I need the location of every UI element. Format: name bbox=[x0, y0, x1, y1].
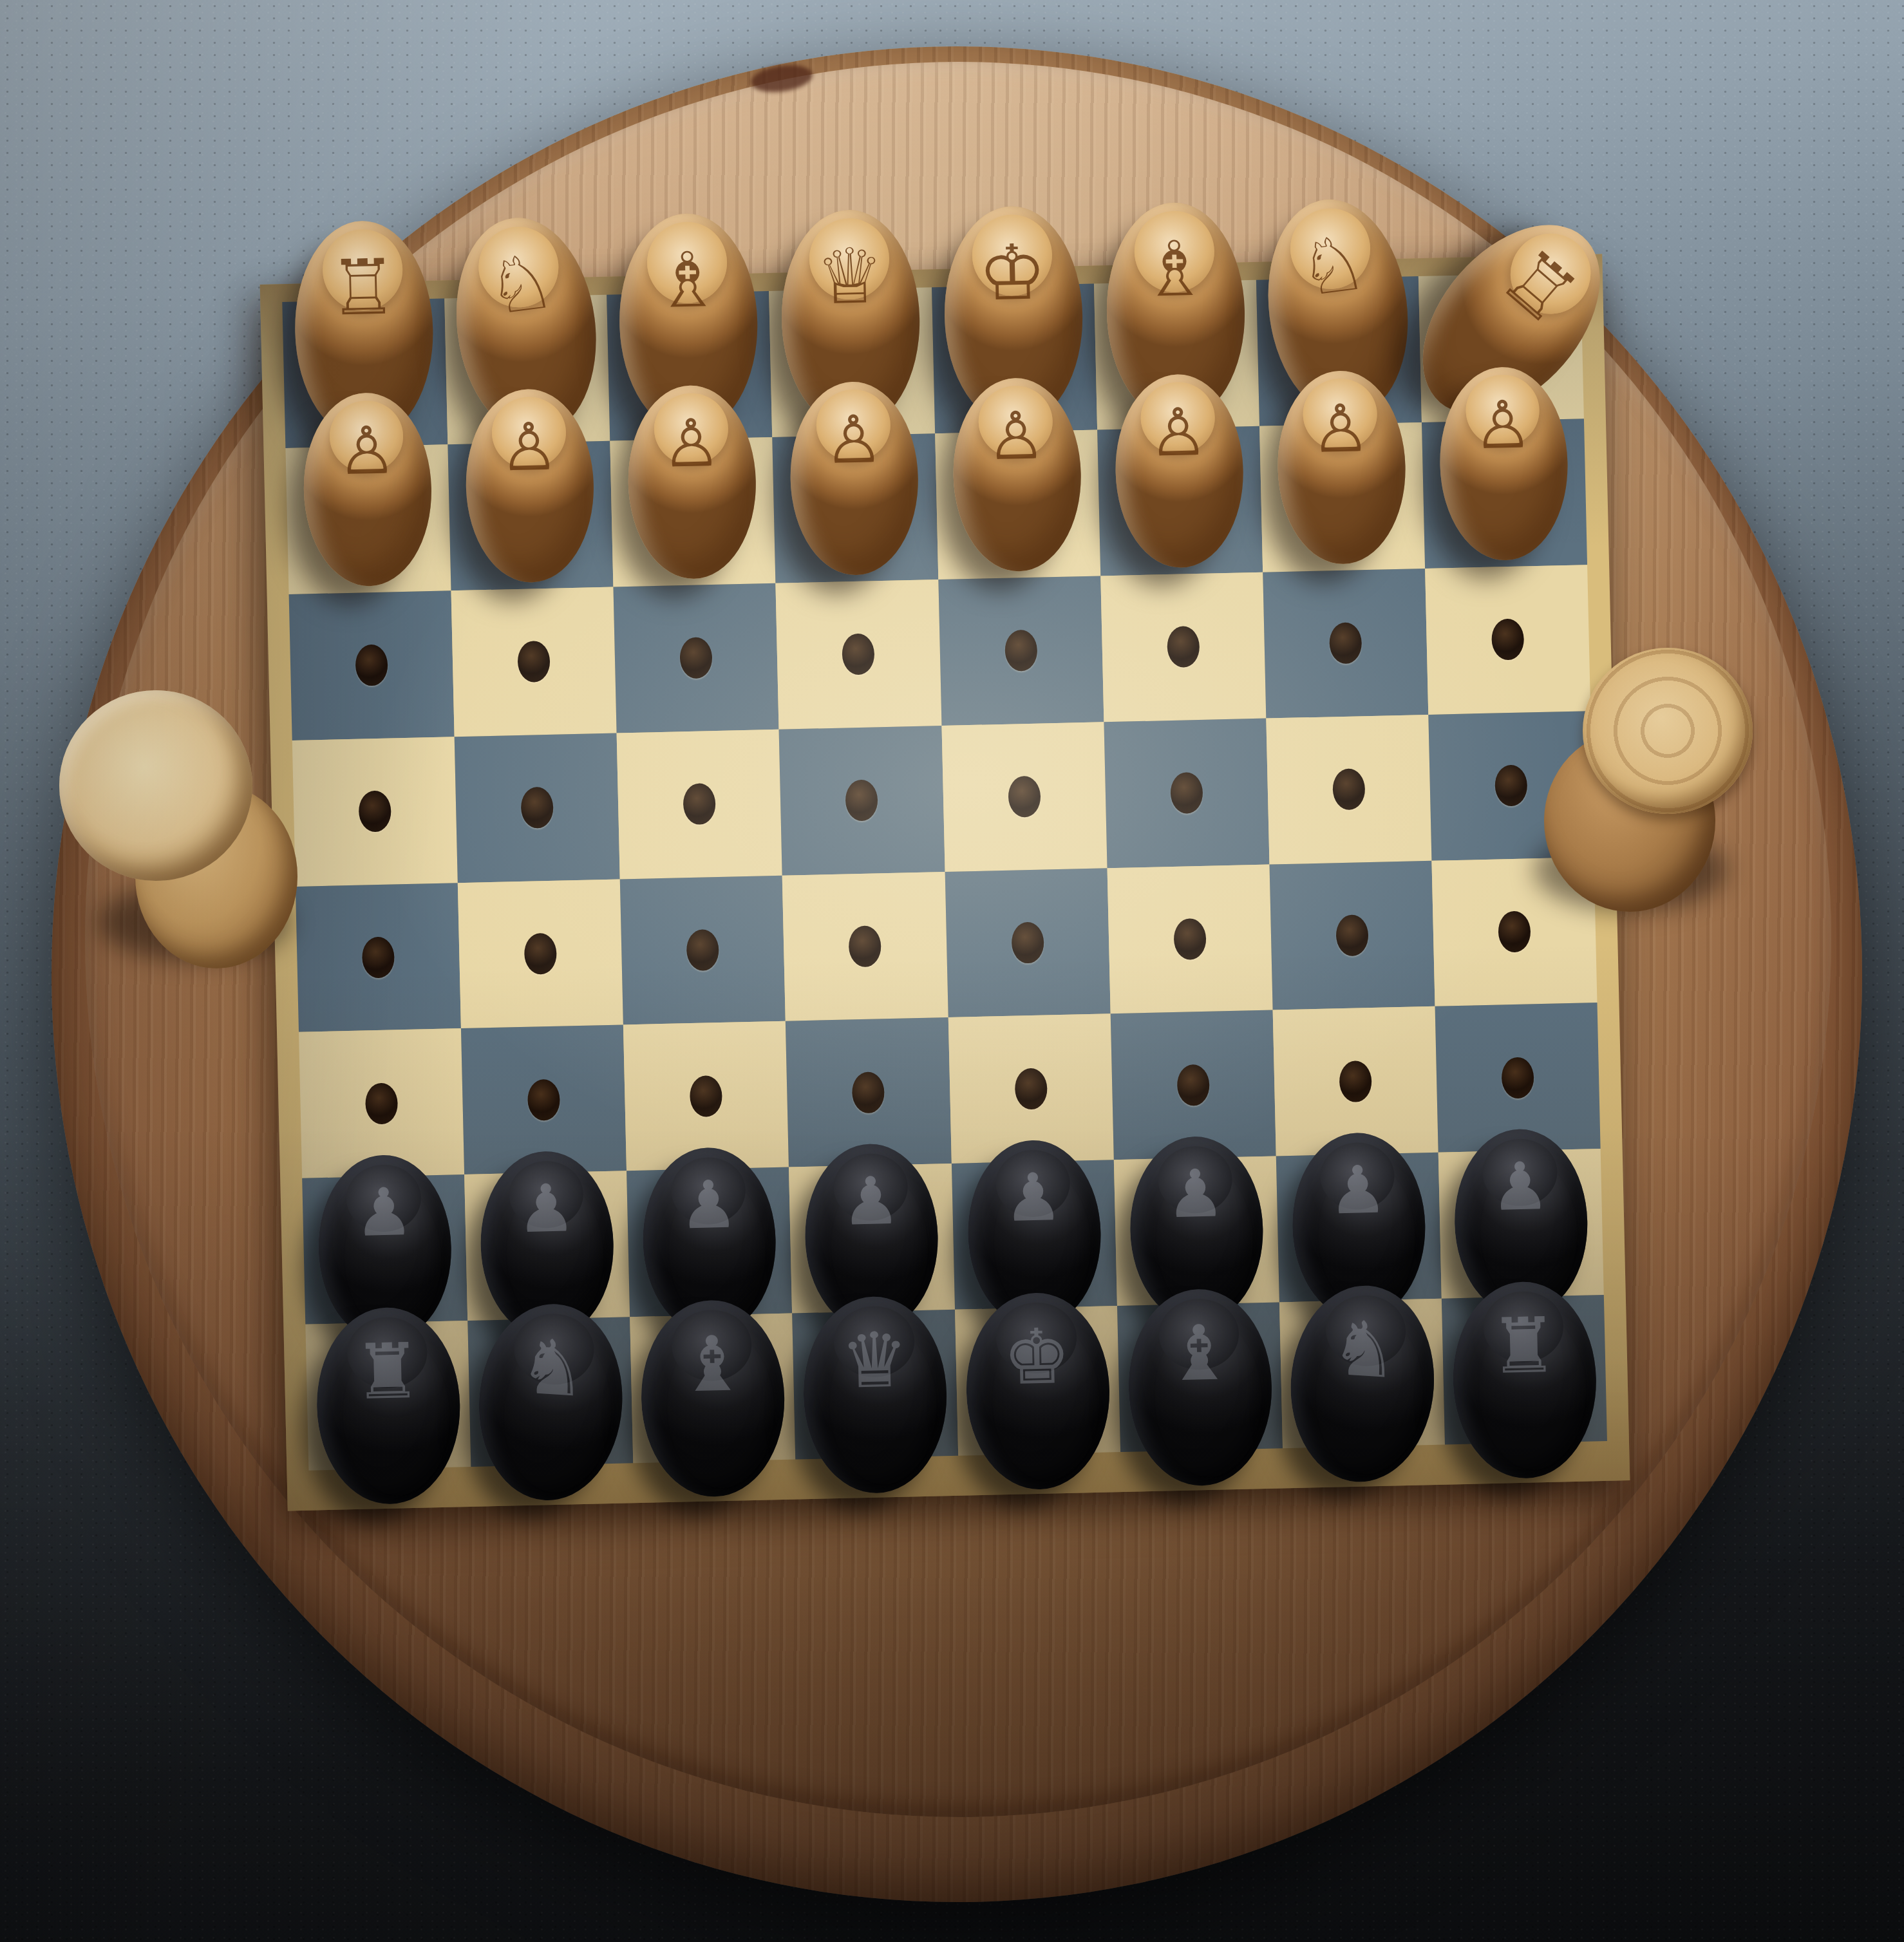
piece-white-pawn-a2[interactable]: ♙ bbox=[302, 391, 434, 587]
peg-hole bbox=[1501, 1057, 1534, 1098]
cylinder-top-face bbox=[1583, 648, 1753, 814]
square-e5[interactable] bbox=[945, 868, 1110, 1018]
pawn-glyph: ♙ bbox=[627, 409, 756, 477]
square-g3[interactable] bbox=[1263, 569, 1428, 719]
knight-glyph: ♞ bbox=[479, 1325, 627, 1410]
off-board-piece-left[interactable] bbox=[59, 690, 304, 986]
rook-glyph: ♜ bbox=[1451, 1306, 1596, 1385]
king-glyph: ♔ bbox=[943, 233, 1082, 312]
square-e3[interactable] bbox=[938, 576, 1104, 726]
pawn-glyph: ♟ bbox=[641, 1171, 775, 1240]
rook-glyph: ♜ bbox=[316, 1332, 460, 1411]
bishop-glyph: ♝ bbox=[640, 1325, 785, 1404]
piece-black-knight-g8[interactable]: ♞ bbox=[1285, 1281, 1440, 1487]
wood-knot bbox=[749, 62, 815, 96]
peg-hole bbox=[359, 791, 391, 833]
peg-hole bbox=[365, 1082, 398, 1124]
peg-hole bbox=[845, 779, 878, 821]
peg-hole bbox=[1167, 626, 1200, 668]
peg-hole bbox=[1173, 918, 1206, 960]
peg-hole bbox=[1170, 772, 1203, 814]
peg-hole bbox=[680, 637, 713, 679]
off-board-piece-right[interactable] bbox=[1540, 648, 1759, 925]
pawn-glyph: ♟ bbox=[1291, 1156, 1425, 1225]
peg-hole bbox=[1008, 776, 1041, 818]
square-f5[interactable] bbox=[1107, 864, 1272, 1014]
square-a3[interactable] bbox=[289, 590, 455, 740]
pawn-glyph: ♙ bbox=[302, 417, 431, 485]
piece-black-queen-d8[interactable]: ♛ bbox=[802, 1295, 949, 1494]
piece-white-pawn-e2[interactable]: ♙ bbox=[951, 377, 1083, 572]
peg-hole bbox=[1494, 765, 1527, 807]
peg-hole bbox=[1011, 921, 1044, 963]
piece-white-pawn-g2[interactable]: ♙ bbox=[1276, 369, 1408, 565]
pawn-glyph: ♟ bbox=[317, 1178, 451, 1247]
piece-white-pawn-d2[interactable]: ♙ bbox=[789, 381, 921, 576]
peg-hole bbox=[1176, 1064, 1209, 1106]
piece-white-pawn-h2[interactable]: ♙ bbox=[1438, 366, 1570, 561]
square-d5[interactable] bbox=[782, 872, 948, 1022]
piece-white-pawn-b2[interactable]: ♙ bbox=[464, 388, 596, 583]
square-f3[interactable] bbox=[1100, 572, 1266, 722]
pawn-glyph: ♙ bbox=[1114, 398, 1243, 466]
scene: ♖♘♗♕♔♗♘♖♙♙♙♙♙♙♙♙♟♟♟♟♟♟♟♟♜♞♝♛♚♝♞♜ bbox=[0, 0, 1904, 1942]
square-g5[interactable] bbox=[1269, 860, 1435, 1010]
peg-hole bbox=[1329, 622, 1362, 664]
peg-hole bbox=[521, 787, 554, 829]
pawn-glyph: ♙ bbox=[789, 406, 918, 474]
square-d4[interactable] bbox=[779, 726, 945, 876]
pawn-glyph: ♙ bbox=[1438, 391, 1567, 459]
peg-hole bbox=[1339, 1061, 1371, 1102]
square-d3[interactable] bbox=[776, 580, 941, 730]
square-c3[interactable] bbox=[614, 583, 779, 733]
peg-hole bbox=[1004, 630, 1037, 672]
pawn-glyph: ♙ bbox=[1276, 394, 1405, 462]
square-e4[interactable] bbox=[941, 722, 1107, 872]
peg-hole bbox=[686, 929, 719, 971]
peg-hole bbox=[527, 1079, 560, 1120]
peg-hole bbox=[683, 783, 716, 825]
pawn-glyph: ♟ bbox=[966, 1164, 1100, 1232]
peg-hole bbox=[355, 645, 388, 686]
piece-black-king-e8[interactable]: ♚ bbox=[964, 1291, 1111, 1491]
peg-hole bbox=[849, 925, 881, 967]
piece-white-pawn-c2[interactable]: ♙ bbox=[627, 384, 759, 580]
piece-white-pawn-f2[interactable]: ♙ bbox=[1113, 373, 1245, 569]
pawn-glyph: ♟ bbox=[1129, 1160, 1263, 1229]
square-b5[interactable] bbox=[458, 879, 623, 1029]
peg-hole bbox=[1014, 1068, 1047, 1109]
square-f4[interactable] bbox=[1104, 718, 1269, 868]
square-b3[interactable] bbox=[451, 587, 617, 737]
peg-hole bbox=[518, 641, 551, 683]
bishop-glyph: ♝ bbox=[1127, 1313, 1272, 1392]
peg-hole bbox=[362, 936, 395, 978]
square-g4[interactable] bbox=[1266, 715, 1431, 865]
peg-hole bbox=[1491, 619, 1524, 661]
peg-hole bbox=[1332, 768, 1365, 810]
peg-hole bbox=[852, 1071, 885, 1113]
peg-hole bbox=[1335, 914, 1368, 956]
cylinder-flat-end bbox=[59, 690, 252, 881]
peg-hole bbox=[1498, 910, 1531, 952]
pawn-glyph: ♙ bbox=[952, 402, 1080, 470]
pawn-glyph: ♟ bbox=[479, 1174, 613, 1243]
king-glyph: ♚ bbox=[965, 1317, 1109, 1396]
piece-black-rook-h8[interactable]: ♜ bbox=[1451, 1280, 1598, 1480]
pawn-glyph: ♟ bbox=[804, 1167, 938, 1236]
piece-black-rook-a8[interactable]: ♜ bbox=[315, 1306, 462, 1505]
square-c4[interactable] bbox=[617, 729, 782, 879]
square-a5[interactable] bbox=[296, 883, 461, 1033]
piece-black-knight-b8[interactable]: ♞ bbox=[473, 1299, 628, 1505]
bishop-glyph: ♗ bbox=[1105, 229, 1245, 308]
square-a4[interactable] bbox=[292, 737, 458, 887]
pawn-glyph: ♙ bbox=[465, 413, 594, 481]
queen-glyph: ♕ bbox=[780, 237, 920, 316]
peg-hole bbox=[524, 933, 557, 975]
peg-hole bbox=[690, 1075, 722, 1117]
piece-black-bishop-c8[interactable]: ♝ bbox=[639, 1299, 787, 1498]
piece-black-bishop-f8[interactable]: ♝ bbox=[1126, 1288, 1274, 1487]
queen-glyph: ♛ bbox=[802, 1321, 947, 1400]
square-c5[interactable] bbox=[620, 875, 786, 1025]
knight-glyph: ♞ bbox=[1291, 1306, 1438, 1391]
rook-glyph: ♖ bbox=[294, 248, 433, 327]
peg-hole bbox=[842, 634, 875, 675]
square-b4[interactable] bbox=[455, 733, 620, 883]
chess-board: ♖♘♗♕♔♗♘♖♙♙♙♙♙♙♙♙♟♟♟♟♟♟♟♟♜♞♝♛♚♝♞♜ bbox=[260, 254, 1630, 1511]
pawn-glyph: ♟ bbox=[1453, 1152, 1587, 1221]
bishop-glyph: ♗ bbox=[618, 240, 758, 319]
